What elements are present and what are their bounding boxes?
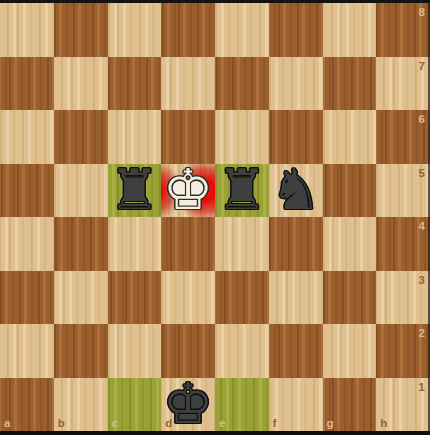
square-a5[interactable] — [0, 164, 54, 218]
square-b4[interactable] — [54, 217, 108, 271]
rank-label-2: 2 — [419, 327, 425, 339]
file-label-a: a — [4, 417, 10, 429]
square-f8[interactable] — [269, 3, 323, 57]
square-f7[interactable] — [269, 57, 323, 111]
black-king[interactable]: ♚ — [161, 378, 215, 432]
rank-label-4: 4 — [419, 220, 425, 232]
square-b7[interactable] — [54, 57, 108, 111]
square-a6[interactable] — [0, 110, 54, 164]
square-c2[interactable] — [108, 324, 162, 378]
square-h3[interactable]: 3 — [376, 271, 430, 325]
window-edge-bottom — [0, 431, 430, 435]
square-a7[interactable] — [0, 57, 54, 111]
file-label-h: h — [380, 417, 387, 429]
square-c5[interactable]: ♜ — [108, 164, 162, 218]
rank-label-1: 1 — [419, 381, 425, 393]
square-g5[interactable] — [323, 164, 377, 218]
square-h4[interactable]: 4 — [376, 217, 430, 271]
square-d4[interactable] — [161, 217, 215, 271]
square-f1[interactable]: f — [269, 378, 323, 432]
file-label-e: e — [219, 417, 225, 429]
square-b6[interactable] — [54, 110, 108, 164]
square-d5[interactable]: ♚ — [161, 164, 215, 218]
square-d3[interactable] — [161, 271, 215, 325]
file-label-f: f — [273, 417, 277, 429]
square-c7[interactable] — [108, 57, 162, 111]
square-h2[interactable]: 2 — [376, 324, 430, 378]
rank-label-7: 7 — [419, 60, 425, 72]
square-g4[interactable] — [323, 217, 377, 271]
rank-label-8: 8 — [419, 6, 425, 18]
square-h5[interactable]: 5 — [376, 164, 430, 218]
square-e5[interactable]: ♜ — [215, 164, 269, 218]
square-f4[interactable] — [269, 217, 323, 271]
square-e6[interactable] — [215, 110, 269, 164]
square-g8[interactable] — [323, 3, 377, 57]
square-d8[interactable] — [161, 3, 215, 57]
square-c3[interactable] — [108, 271, 162, 325]
square-c6[interactable] — [108, 110, 162, 164]
square-b1[interactable]: b — [54, 378, 108, 432]
square-a1[interactable]: a — [0, 378, 54, 432]
square-e1[interactable]: e — [215, 378, 269, 432]
file-label-b: b — [58, 417, 65, 429]
square-f5[interactable]: ♞ — [269, 164, 323, 218]
square-a8[interactable] — [0, 3, 54, 57]
square-a3[interactable] — [0, 271, 54, 325]
white-king[interactable]: ♚ — [161, 164, 215, 218]
square-e2[interactable] — [215, 324, 269, 378]
rank-label-6: 6 — [419, 113, 425, 125]
window-edge-top — [0, 0, 430, 3]
black-knight[interactable]: ♞ — [269, 164, 323, 218]
square-d1[interactable]: d♚ — [161, 378, 215, 432]
square-c1[interactable]: c — [108, 378, 162, 432]
square-g1[interactable]: g — [323, 378, 377, 432]
square-h1[interactable]: 1h — [376, 378, 430, 432]
square-a2[interactable] — [0, 324, 54, 378]
square-d2[interactable] — [161, 324, 215, 378]
square-e3[interactable] — [215, 271, 269, 325]
square-g2[interactable] — [323, 324, 377, 378]
rank-label-5: 5 — [419, 167, 425, 179]
square-e4[interactable] — [215, 217, 269, 271]
square-a4[interactable] — [0, 217, 54, 271]
square-b5[interactable] — [54, 164, 108, 218]
rank-label-3: 3 — [419, 274, 425, 286]
file-label-g: g — [327, 417, 334, 429]
chess-board: 876♜♚♜♞5432abcd♚efg1h — [0, 3, 430, 431]
square-h6[interactable]: 6 — [376, 110, 430, 164]
square-d6[interactable] — [161, 110, 215, 164]
square-d7[interactable] — [161, 57, 215, 111]
square-b8[interactable] — [54, 3, 108, 57]
square-b2[interactable] — [54, 324, 108, 378]
square-g7[interactable] — [323, 57, 377, 111]
square-h7[interactable]: 7 — [376, 57, 430, 111]
file-label-c: c — [112, 417, 118, 429]
square-c8[interactable] — [108, 3, 162, 57]
square-e7[interactable] — [215, 57, 269, 111]
square-f6[interactable] — [269, 110, 323, 164]
square-g3[interactable] — [323, 271, 377, 325]
square-h8[interactable]: 8 — [376, 3, 430, 57]
square-g6[interactable] — [323, 110, 377, 164]
black-rook[interactable]: ♜ — [108, 164, 162, 218]
square-f3[interactable] — [269, 271, 323, 325]
square-c4[interactable] — [108, 217, 162, 271]
square-e8[interactable] — [215, 3, 269, 57]
square-f2[interactable] — [269, 324, 323, 378]
black-rook[interactable]: ♜ — [215, 164, 269, 218]
square-b3[interactable] — [54, 271, 108, 325]
